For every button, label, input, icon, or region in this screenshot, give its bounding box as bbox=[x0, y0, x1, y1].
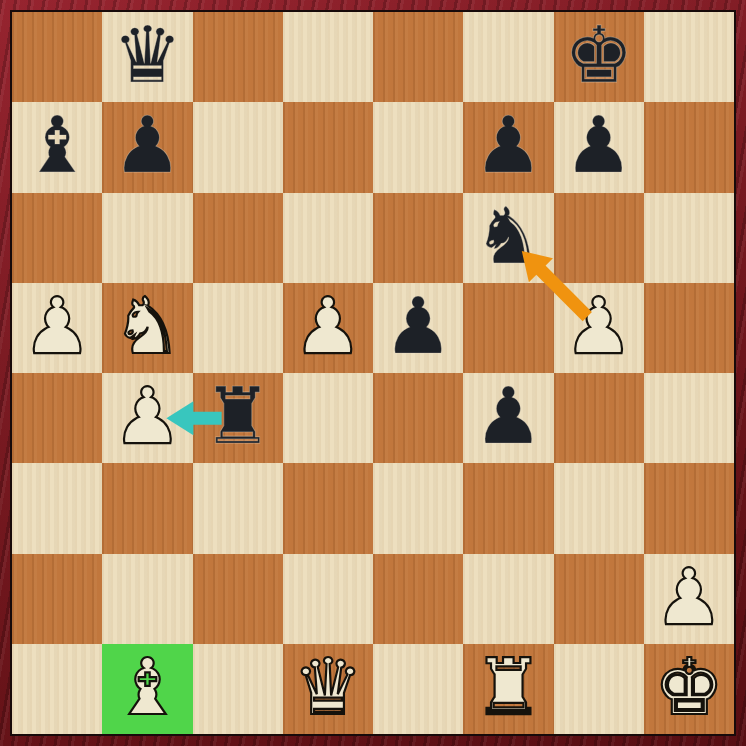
piece-white-bishop[interactable]: ♝ bbox=[102, 644, 192, 732]
square-c8[interactable] bbox=[193, 12, 283, 102]
square-c4[interactable]: ♜ bbox=[193, 373, 283, 463]
piece-black-pawn[interactable]: ♟ bbox=[463, 102, 553, 190]
square-a2[interactable] bbox=[12, 554, 102, 644]
square-a5[interactable]: ♟ bbox=[12, 283, 102, 373]
piece-white-king[interactable]: ♚ bbox=[644, 644, 734, 732]
square-d6[interactable] bbox=[283, 193, 373, 283]
square-g7[interactable]: ♟ bbox=[554, 102, 644, 192]
square-f8[interactable] bbox=[463, 12, 553, 102]
square-f7[interactable]: ♟ bbox=[463, 102, 553, 192]
square-e5[interactable]: ♟ bbox=[373, 283, 463, 373]
square-a1[interactable] bbox=[12, 644, 102, 734]
piece-white-pawn[interactable]: ♟ bbox=[644, 554, 734, 642]
square-b3[interactable] bbox=[102, 463, 192, 553]
square-b7[interactable]: ♟ bbox=[102, 102, 192, 192]
square-f2[interactable] bbox=[463, 554, 553, 644]
square-c2[interactable] bbox=[193, 554, 283, 644]
piece-white-rook[interactable]: ♜ bbox=[463, 644, 553, 732]
square-d4[interactable] bbox=[283, 373, 373, 463]
square-e3[interactable] bbox=[373, 463, 463, 553]
square-f5[interactable] bbox=[463, 283, 553, 373]
piece-black-king[interactable]: ♚ bbox=[554, 12, 644, 100]
square-c7[interactable] bbox=[193, 102, 283, 192]
square-b2[interactable] bbox=[102, 554, 192, 644]
square-f4[interactable]: ♟ bbox=[463, 373, 553, 463]
square-h8[interactable] bbox=[644, 12, 734, 102]
square-g5[interactable]: ♟ bbox=[554, 283, 644, 373]
square-g4[interactable] bbox=[554, 373, 644, 463]
piece-black-pawn[interactable]: ♟ bbox=[463, 373, 553, 461]
piece-black-bishop[interactable]: ♝ bbox=[12, 102, 102, 190]
piece-black-pawn[interactable]: ♟ bbox=[554, 102, 644, 190]
square-e6[interactable] bbox=[373, 193, 463, 283]
square-c3[interactable] bbox=[193, 463, 283, 553]
square-a8[interactable] bbox=[12, 12, 102, 102]
square-b8[interactable]: ♛ bbox=[102, 12, 192, 102]
square-g1[interactable] bbox=[554, 644, 644, 734]
square-b4[interactable]: ♟ bbox=[102, 373, 192, 463]
square-c6[interactable] bbox=[193, 193, 283, 283]
square-g3[interactable] bbox=[554, 463, 644, 553]
square-e4[interactable] bbox=[373, 373, 463, 463]
square-e1[interactable] bbox=[373, 644, 463, 734]
square-a7[interactable]: ♝ bbox=[12, 102, 102, 192]
piece-white-pawn[interactable]: ♟ bbox=[283, 283, 373, 371]
piece-black-knight[interactable]: ♞ bbox=[463, 193, 553, 281]
square-h1[interactable]: ♚ bbox=[644, 644, 734, 734]
square-e8[interactable] bbox=[373, 12, 463, 102]
piece-black-pawn[interactable]: ♟ bbox=[102, 102, 192, 190]
square-d2[interactable] bbox=[283, 554, 373, 644]
piece-white-pawn[interactable]: ♟ bbox=[554, 283, 644, 371]
square-a6[interactable] bbox=[12, 193, 102, 283]
piece-white-queen[interactable]: ♛ bbox=[283, 644, 373, 732]
square-e7[interactable] bbox=[373, 102, 463, 192]
square-h4[interactable] bbox=[644, 373, 734, 463]
piece-black-queen[interactable]: ♛ bbox=[102, 12, 192, 100]
square-b6[interactable] bbox=[102, 193, 192, 283]
square-a3[interactable] bbox=[12, 463, 102, 553]
board-frame: ♛♚♝♟♟♟♞♟♞♟♟♟♟♜♟♟♝♛♜♚ bbox=[0, 0, 746, 746]
square-b5[interactable]: ♞ bbox=[102, 283, 192, 373]
square-h7[interactable] bbox=[644, 102, 734, 192]
square-h2[interactable]: ♟ bbox=[644, 554, 734, 644]
square-a4[interactable] bbox=[12, 373, 102, 463]
square-c5[interactable] bbox=[193, 283, 283, 373]
square-b1[interactable]: ♝ bbox=[102, 644, 192, 734]
square-f1[interactable]: ♜ bbox=[463, 644, 553, 734]
piece-white-knight[interactable]: ♞ bbox=[102, 283, 192, 371]
square-e2[interactable] bbox=[373, 554, 463, 644]
piece-white-pawn[interactable]: ♟ bbox=[102, 373, 192, 461]
square-c1[interactable] bbox=[193, 644, 283, 734]
piece-black-pawn[interactable]: ♟ bbox=[373, 283, 463, 371]
square-g2[interactable] bbox=[554, 554, 644, 644]
chess-board: ♛♚♝♟♟♟♞♟♞♟♟♟♟♜♟♟♝♛♜♚ bbox=[12, 12, 734, 734]
square-h5[interactable] bbox=[644, 283, 734, 373]
square-h6[interactable] bbox=[644, 193, 734, 283]
square-h3[interactable] bbox=[644, 463, 734, 553]
square-d3[interactable] bbox=[283, 463, 373, 553]
square-d7[interactable] bbox=[283, 102, 373, 192]
square-g6[interactable] bbox=[554, 193, 644, 283]
square-d1[interactable]: ♛ bbox=[283, 644, 373, 734]
piece-black-rook[interactable]: ♜ bbox=[193, 373, 283, 461]
square-d5[interactable]: ♟ bbox=[283, 283, 373, 373]
square-g8[interactable]: ♚ bbox=[554, 12, 644, 102]
square-d8[interactable] bbox=[283, 12, 373, 102]
piece-white-pawn[interactable]: ♟ bbox=[12, 283, 102, 371]
square-f6[interactable]: ♞ bbox=[463, 193, 553, 283]
square-f3[interactable] bbox=[463, 463, 553, 553]
